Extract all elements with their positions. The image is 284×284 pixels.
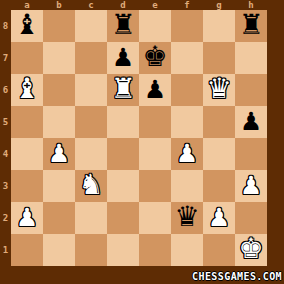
square-e6[interactable]: ♟: [139, 74, 171, 106]
square-g3[interactable]: [203, 170, 235, 202]
square-b3[interactable]: [43, 170, 75, 202]
file-label-e: e: [139, 0, 171, 10]
square-d1[interactable]: [107, 234, 139, 266]
file-label-a: a: [11, 0, 43, 10]
square-d6[interactable]: ♜: [107, 74, 139, 106]
square-g4[interactable]: [203, 138, 235, 170]
square-e1[interactable]: [139, 234, 171, 266]
square-f4[interactable]: ♟: [171, 138, 203, 170]
square-a8[interactable]: ♝: [11, 10, 43, 42]
white-rook: ♜: [110, 75, 135, 103]
black-queen: ♛: [174, 203, 199, 231]
white-pawn: ♟: [208, 205, 230, 230]
rank-label-7: 7: [0, 42, 11, 74]
square-b2[interactable]: [43, 202, 75, 234]
square-g7[interactable]: [203, 42, 235, 74]
square-e5[interactable]: [139, 106, 171, 138]
white-pawn: ♟: [48, 141, 70, 166]
file-label-c: c: [75, 0, 107, 10]
square-b8[interactable]: [43, 10, 75, 42]
square-d2[interactable]: [107, 202, 139, 234]
black-rook: ♜: [110, 11, 135, 39]
square-e7[interactable]: ♚: [139, 42, 171, 74]
square-h4[interactable]: [235, 138, 267, 170]
square-h8[interactable]: ♜: [235, 10, 267, 42]
square-g8[interactable]: [203, 10, 235, 42]
square-f7[interactable]: [171, 42, 203, 74]
square-f8[interactable]: [171, 10, 203, 42]
square-b4[interactable]: ♟: [43, 138, 75, 170]
black-bishop: ♝: [14, 11, 39, 39]
square-g6[interactable]: ♛: [203, 74, 235, 106]
square-e4[interactable]: [139, 138, 171, 170]
square-e8[interactable]: [139, 10, 171, 42]
square-a6[interactable]: ♝: [11, 74, 43, 106]
square-c3[interactable]: ♞: [75, 170, 107, 202]
square-h6[interactable]: [235, 74, 267, 106]
square-e2[interactable]: [139, 202, 171, 234]
square-g2[interactable]: ♟: [203, 202, 235, 234]
square-f1[interactable]: [171, 234, 203, 266]
square-f3[interactable]: [171, 170, 203, 202]
black-rook: ♜: [238, 11, 263, 39]
square-d8[interactable]: ♜: [107, 10, 139, 42]
square-e3[interactable]: [139, 170, 171, 202]
rank-label-8: 8: [0, 10, 11, 42]
square-c4[interactable]: [75, 138, 107, 170]
square-b5[interactable]: [43, 106, 75, 138]
square-a2[interactable]: ♟: [11, 202, 43, 234]
black-pawn: ♟: [144, 77, 166, 102]
white-pawn: ♟: [176, 141, 198, 166]
square-h2[interactable]: [235, 202, 267, 234]
square-b6[interactable]: [43, 74, 75, 106]
rank-label-3: 3: [0, 170, 11, 202]
white-queen: ♛: [206, 75, 231, 103]
file-label-g: g: [203, 0, 235, 10]
white-king: ♚: [238, 235, 263, 263]
rank-label-5: 5: [0, 106, 11, 138]
square-c5[interactable]: [75, 106, 107, 138]
file-label-b: b: [43, 0, 75, 10]
rank-labels: 87654321: [0, 10, 11, 266]
square-d3[interactable]: [107, 170, 139, 202]
square-a1[interactable]: [11, 234, 43, 266]
square-d7[interactable]: ♟: [107, 42, 139, 74]
square-c2[interactable]: [75, 202, 107, 234]
rank-label-1: 1: [0, 234, 11, 266]
square-a4[interactable]: [11, 138, 43, 170]
square-c8[interactable]: [75, 10, 107, 42]
square-g1[interactable]: [203, 234, 235, 266]
rank-label-2: 2: [0, 202, 11, 234]
rank-label-4: 4: [0, 138, 11, 170]
square-h3[interactable]: ♟: [235, 170, 267, 202]
white-pawn: ♟: [16, 205, 38, 230]
chess-board: ♝♜♜♟♚♝♜♟♛♟♟♟♞♟♟♛♟♚: [11, 10, 267, 266]
rank-label-6: 6: [0, 74, 11, 106]
square-d5[interactable]: [107, 106, 139, 138]
square-g5[interactable]: [203, 106, 235, 138]
file-label-d: d: [107, 0, 139, 10]
square-d4[interactable]: [107, 138, 139, 170]
square-f2[interactable]: ♛: [171, 202, 203, 234]
square-c7[interactable]: [75, 42, 107, 74]
black-pawn: ♟: [112, 45, 134, 70]
square-b7[interactable]: [43, 42, 75, 74]
black-pawn: ♟: [240, 109, 262, 134]
square-h7[interactable]: [235, 42, 267, 74]
square-f6[interactable]: [171, 74, 203, 106]
chess-board-diagram: abcdefgh 87654321 ♝♜♜♟♚♝♜♟♛♟♟♟♞♟♟♛♟♚ CHE…: [0, 0, 284, 284]
file-label-h: h: [235, 0, 267, 10]
white-bishop: ♝: [14, 75, 39, 103]
white-pawn: ♟: [240, 173, 262, 198]
white-knight: ♞: [78, 171, 103, 199]
square-h5[interactable]: ♟: [235, 106, 267, 138]
square-h1[interactable]: ♚: [235, 234, 267, 266]
square-c1[interactable]: [75, 234, 107, 266]
square-a3[interactable]: [11, 170, 43, 202]
black-king: ♚: [142, 43, 167, 71]
square-b1[interactable]: [43, 234, 75, 266]
file-labels: abcdefgh: [11, 0, 267, 10]
square-a5[interactable]: [11, 106, 43, 138]
file-label-f: f: [171, 0, 203, 10]
square-f5[interactable]: [171, 106, 203, 138]
square-c6[interactable]: [75, 74, 107, 106]
site-watermark: CHESSGAMES.COM: [192, 271, 282, 282]
square-a7[interactable]: [11, 42, 43, 74]
